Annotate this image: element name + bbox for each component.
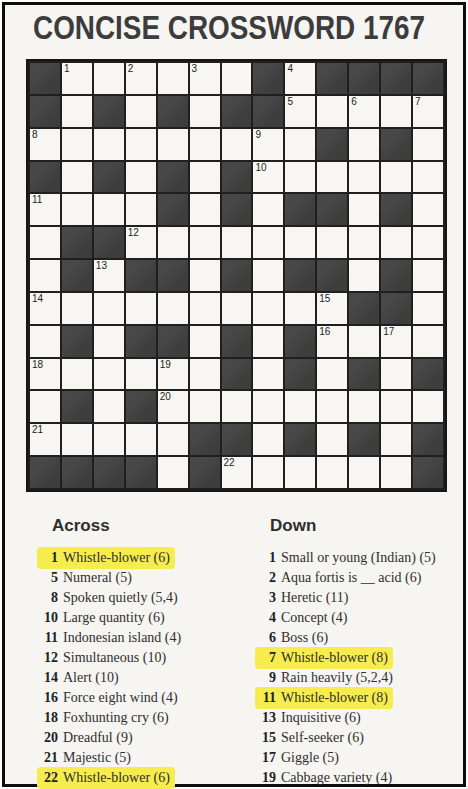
down-clue-13: 13Inquisitive (6) bbox=[256, 708, 446, 728]
clue-text: Foxhunting cry (6) bbox=[63, 710, 169, 725]
grid-cell-r3c8[interactable]: 9 bbox=[253, 129, 283, 160]
down-clue-17: 17Giggle (5) bbox=[256, 748, 446, 768]
grid-cell-r8c6[interactable] bbox=[190, 293, 220, 324]
grid-cell-r5c5-black bbox=[158, 194, 188, 225]
cell-number-22: 22 bbox=[224, 457, 235, 469]
grid-cell-r2c7-black bbox=[222, 96, 252, 127]
grid-cell-r1c9[interactable]: 4 bbox=[285, 63, 315, 94]
grid-cell-r13c7[interactable]: 22 bbox=[222, 457, 252, 488]
grid-cell-r9c1[interactable] bbox=[30, 326, 60, 357]
clue-text: Spoken quietly (5,4) bbox=[63, 590, 178, 605]
grid-cell-r11c1[interactable] bbox=[30, 391, 60, 422]
clue-line: 19Cabbage variety (4) bbox=[256, 768, 396, 788]
grid-cell-r11c11[interactable] bbox=[349, 391, 379, 422]
clue-text: Whistle-blower (8) bbox=[281, 690, 388, 705]
clue-text: Giggle (5) bbox=[281, 750, 339, 765]
grid-cell-r8c11-black bbox=[349, 293, 379, 324]
clue-text: Whistle-blower (6) bbox=[63, 770, 170, 785]
grid-cell-r7c7-black bbox=[222, 260, 252, 291]
across-clue-20: 20Dreadful (9) bbox=[38, 728, 256, 748]
clue-text: Aqua fortis is __ acid (6) bbox=[281, 570, 421, 585]
cell-number-19: 19 bbox=[160, 359, 171, 371]
clue-text: Concept (4) bbox=[281, 610, 347, 625]
across-clue-14: 14Alert (10) bbox=[38, 668, 256, 688]
down-header: Down bbox=[270, 516, 446, 536]
clue-line: 20Dreadful (9) bbox=[38, 728, 137, 748]
clue-line: 17Giggle (5) bbox=[256, 748, 343, 768]
grid-cell-r8c2[interactable] bbox=[62, 293, 92, 324]
grid-cell-r3c7[interactable] bbox=[222, 129, 252, 160]
grid-cell-r7c4-black bbox=[126, 260, 156, 291]
clue-text: Force eight wind (4) bbox=[63, 690, 178, 705]
clue-text: Rain heavily (5,2,4) bbox=[281, 670, 393, 685]
grid-cell-r1c8-black bbox=[253, 63, 283, 94]
down-clue-19: 19Cabbage variety (4) bbox=[256, 768, 446, 788]
highlighted-clue: 7Whistle-blower (8) bbox=[256, 648, 392, 668]
grid-cell-r4c4[interactable] bbox=[126, 162, 156, 193]
grid-cell-r9c5-black bbox=[158, 326, 188, 357]
across-clue-12: 12Simultaneous (10) bbox=[38, 648, 256, 668]
clue-line: 21Majestic (5) bbox=[38, 748, 135, 768]
grid-cell-r6c7[interactable] bbox=[222, 227, 252, 258]
highlighted-clue: 22Whistle-blower (6) bbox=[38, 768, 174, 788]
across-clue-22: 22Whistle-blower (6) bbox=[38, 768, 256, 788]
grid-cell-r7c12-black bbox=[381, 260, 411, 291]
grid-cell-r13c11[interactable] bbox=[349, 457, 379, 488]
grid-cell-r9c2-black bbox=[62, 326, 92, 357]
grid-cell-r12c13-black bbox=[413, 424, 443, 455]
cell-number-21: 21 bbox=[32, 424, 43, 436]
grid-cell-r7c1[interactable] bbox=[30, 260, 60, 291]
clue-number-label: 2 bbox=[256, 568, 276, 587]
cell-number-10: 10 bbox=[255, 162, 266, 174]
clue-text: Whistle-blower (6) bbox=[63, 550, 170, 565]
grid-cell-r13c2-black bbox=[62, 457, 92, 488]
grid-cell-r3c1[interactable]: 8 bbox=[30, 129, 60, 160]
grid-cell-r3c11[interactable] bbox=[349, 129, 379, 160]
cell-number-18: 18 bbox=[32, 359, 43, 371]
grid-cell-r10c2[interactable] bbox=[62, 359, 92, 390]
across-header: Across bbox=[52, 516, 256, 536]
grid-cell-r3c6[interactable] bbox=[190, 129, 220, 160]
grid-cell-r13c8[interactable] bbox=[253, 457, 283, 488]
grid-cell-r5c12-black bbox=[381, 194, 411, 225]
across-clue-16: 16Force eight wind (4) bbox=[38, 688, 256, 708]
grid-cell-r1c10-black bbox=[317, 63, 347, 94]
cell-number-1: 1 bbox=[64, 63, 70, 75]
cell-number-17: 17 bbox=[383, 326, 394, 338]
grid-cell-r12c12[interactable] bbox=[381, 424, 411, 455]
grid-cell-r4c9[interactable] bbox=[285, 162, 315, 193]
grid-cell-r11c7[interactable] bbox=[222, 391, 252, 422]
grid-cell-r10c4[interactable] bbox=[126, 359, 156, 390]
clue-number-label: 18 bbox=[38, 708, 58, 727]
grid-cell-r4c8[interactable]: 10 bbox=[253, 162, 283, 193]
grid-cell-r10c8[interactable] bbox=[253, 359, 283, 390]
clue-text: Whistle-blower (8) bbox=[281, 650, 388, 665]
clue-number-label: 9 bbox=[256, 668, 276, 687]
grid-cell-r4c12[interactable] bbox=[381, 162, 411, 193]
grid-cell-r2c2[interactable] bbox=[62, 96, 92, 127]
grid-cell-r9c9-black bbox=[285, 326, 315, 357]
grid-cell-r3c12-black bbox=[381, 129, 411, 160]
grid-cell-r3c5[interactable] bbox=[158, 129, 188, 160]
clue-number-label: 22 bbox=[38, 768, 58, 787]
grid-cell-r10c9-black bbox=[285, 359, 315, 390]
clue-line: 16Force eight wind (4) bbox=[38, 688, 182, 708]
grid-cell-r4c6[interactable] bbox=[190, 162, 220, 193]
cell-number-7: 7 bbox=[415, 96, 421, 108]
grid-cell-r7c8[interactable] bbox=[253, 260, 283, 291]
clue-line: 10Large quantity (6) bbox=[38, 608, 169, 628]
across-list: 1Whistle-blower (6)5Numeral (5)8Spoken q… bbox=[38, 548, 256, 788]
grid-cell-r12c5[interactable] bbox=[158, 424, 188, 455]
clue-number-label: 3 bbox=[256, 588, 276, 607]
grid-cell-r1c11-black bbox=[349, 63, 379, 94]
grid-cell-r12c10[interactable] bbox=[317, 424, 347, 455]
grid-cell-r8c3[interactable] bbox=[94, 293, 124, 324]
clue-text: Numeral (5) bbox=[63, 570, 132, 585]
clue-text: Boss (6) bbox=[281, 630, 328, 645]
clue-text: Indonesian island (4) bbox=[63, 630, 181, 645]
clue-line: 3Heretic (11) bbox=[256, 588, 353, 608]
puzzle-title: CONCISE CROSSWORD 1767 bbox=[33, 8, 425, 47]
grid-cell-r3c10-black bbox=[317, 129, 347, 160]
grid-cell-r7c10-black bbox=[317, 260, 347, 291]
grid-cell-r10c1[interactable]: 18 bbox=[30, 359, 60, 390]
cell-number-4: 4 bbox=[287, 63, 293, 75]
grid-cell-r6c5[interactable] bbox=[158, 227, 188, 258]
grid-cell-r13c6-black bbox=[190, 457, 220, 488]
clue-line: 8Spoken quietly (5,4) bbox=[38, 588, 182, 608]
clue-text: Self-seeker (6) bbox=[281, 730, 364, 745]
cell-number-11: 11 bbox=[32, 194, 42, 206]
clue-number-label: 15 bbox=[256, 728, 276, 747]
grid-cell-r12c7-black bbox=[222, 424, 252, 455]
clue-line: 14Alert (10) bbox=[38, 668, 123, 688]
grid-cell-r12c3[interactable] bbox=[94, 424, 124, 455]
grid-cell-r1c6[interactable]: 3 bbox=[190, 63, 220, 94]
clue-line: 4Concept (4) bbox=[256, 608, 351, 628]
grid-cell-r10c7-black bbox=[222, 359, 252, 390]
cell-number-2: 2 bbox=[128, 63, 134, 75]
grid-cell-r9c10[interactable]: 16 bbox=[317, 326, 347, 357]
grid-cell-r3c3[interactable] bbox=[94, 129, 124, 160]
grid-cell-r1c1-black bbox=[30, 63, 60, 94]
down-clue-1: 1Small or young (Indian) (5) bbox=[256, 548, 446, 568]
grid-cell-r11c6[interactable] bbox=[190, 391, 220, 422]
clue-number-label: 1 bbox=[256, 548, 276, 567]
cell-number-8: 8 bbox=[32, 129, 38, 141]
grid-cell-r8c5[interactable] bbox=[158, 293, 188, 324]
down-clue-2: 2Aqua fortis is __ acid (6) bbox=[256, 568, 446, 588]
cell-number-3: 3 bbox=[192, 63, 198, 75]
grid-cell-r3c13[interactable] bbox=[413, 129, 443, 160]
grid-cell-r4c11[interactable] bbox=[349, 162, 379, 193]
highlighted-clue: 11Whistle-blower (8) bbox=[256, 688, 392, 708]
across-clue-10: 10Large quantity (6) bbox=[38, 608, 256, 628]
clue-number-label: 16 bbox=[38, 688, 58, 707]
grid-cell-r9c11[interactable] bbox=[349, 326, 379, 357]
grid-cell-r7c11[interactable] bbox=[349, 260, 379, 291]
grid-cell-r5c9-black bbox=[285, 194, 315, 225]
grid-cell-r6c1[interactable] bbox=[30, 227, 60, 258]
grid-cell-r6c4[interactable]: 12 bbox=[126, 227, 156, 258]
grid-cell-r7c6[interactable] bbox=[190, 260, 220, 291]
grid-cell-r13c4-black bbox=[126, 457, 156, 488]
cell-number-14: 14 bbox=[32, 293, 43, 305]
grid-cell-r1c12-black bbox=[381, 63, 411, 94]
clue-number-label: 13 bbox=[256, 708, 276, 727]
grid-cell-r11c10[interactable] bbox=[317, 391, 347, 422]
grid-cell-r4c10[interactable] bbox=[317, 162, 347, 193]
grid-cell-r10c6[interactable] bbox=[190, 359, 220, 390]
cell-number-6: 6 bbox=[351, 96, 357, 108]
grid-cell-r9c8[interactable] bbox=[253, 326, 283, 357]
grid-cell-r6c10[interactable] bbox=[317, 227, 347, 258]
grid-cell-r5c11[interactable] bbox=[349, 194, 379, 225]
grid-cell-r13c3-black bbox=[94, 457, 124, 488]
grid-cell-r7c2-black bbox=[62, 260, 92, 291]
grid-cell-r2c13[interactable]: 7 bbox=[413, 96, 443, 127]
grid-cell-r5c8[interactable] bbox=[253, 194, 283, 225]
clue-text: Large quantity (6) bbox=[63, 610, 165, 625]
grid-cell-r6c13[interactable] bbox=[413, 227, 443, 258]
grid-cell-r3c4[interactable] bbox=[126, 129, 156, 160]
clue-number-label: 11 bbox=[256, 688, 276, 707]
grid-cell-r5c7-black bbox=[222, 194, 252, 225]
clue-line: 13Inquisitive (6) bbox=[256, 708, 365, 728]
grid-cell-r1c3[interactable] bbox=[94, 63, 124, 94]
grid-cell-r5c4[interactable] bbox=[126, 194, 156, 225]
grid-cell-r8c10[interactable]: 15 bbox=[317, 293, 347, 324]
grid-cell-r11c13[interactable] bbox=[413, 391, 443, 422]
down-clue-15: 15Self-seeker (6) bbox=[256, 728, 446, 748]
grid-cell-r5c6[interactable] bbox=[190, 194, 220, 225]
grid-cell-r10c5[interactable]: 19 bbox=[158, 359, 188, 390]
grid-cell-r9c7-black bbox=[222, 326, 252, 357]
across-clue-1: 1Whistle-blower (6) bbox=[38, 548, 256, 568]
across-clue-8: 8Spoken quietly (5,4) bbox=[38, 588, 256, 608]
grid-cell-r6c8[interactable] bbox=[253, 227, 283, 258]
grid-cell-r2c5-black bbox=[158, 96, 188, 127]
grid-cell-r11c2-black bbox=[62, 391, 92, 422]
clue-number-label: 4 bbox=[256, 608, 276, 627]
clue-line: 18Foxhunting cry (6) bbox=[38, 708, 173, 728]
grid-cell-r2c9[interactable]: 5 bbox=[285, 96, 315, 127]
grid-cell-r11c12[interactable] bbox=[381, 391, 411, 422]
grid-cell-r1c7[interactable] bbox=[222, 63, 252, 94]
grid-cell-r12c8[interactable] bbox=[253, 424, 283, 455]
clues-section: Across 1Whistle-blower (6)5Numeral (5)8S… bbox=[38, 516, 446, 788]
grid-cell-r13c5[interactable] bbox=[158, 457, 188, 488]
clue-line: 15Self-seeker (6) bbox=[256, 728, 368, 748]
grid-cell-r7c13[interactable] bbox=[413, 260, 443, 291]
grid-cell-r2c6[interactable] bbox=[190, 96, 220, 127]
across-clue-18: 18Foxhunting cry (6) bbox=[38, 708, 256, 728]
down-list: 1Small or young (Indian) (5)2Aqua fortis… bbox=[256, 548, 446, 788]
grid-cell-r8c1[interactable]: 14 bbox=[30, 293, 60, 324]
grid-cell-r13c10[interactable] bbox=[317, 457, 347, 488]
clue-number-label: 14 bbox=[38, 668, 58, 687]
cell-number-15: 15 bbox=[319, 293, 330, 305]
cell-number-16: 16 bbox=[319, 326, 330, 338]
grid-cell-r13c9[interactable] bbox=[285, 457, 315, 488]
down-clue-3: 3Heretic (11) bbox=[256, 588, 446, 608]
clue-text: Small or young (Indian) (5) bbox=[281, 550, 436, 565]
grid-cell-r2c12[interactable] bbox=[381, 96, 411, 127]
grid-cell-r5c3[interactable] bbox=[94, 194, 124, 225]
grid-cell-r2c8-black bbox=[253, 96, 283, 127]
grid-cell-r5c10-black bbox=[317, 194, 347, 225]
down-clue-4: 4Concept (4) bbox=[256, 608, 446, 628]
grid-cell-r6c12[interactable] bbox=[381, 227, 411, 258]
clue-text: Inquisitive (6) bbox=[281, 710, 361, 725]
grid-cell-r11c4-black bbox=[126, 391, 156, 422]
clue-line: 1Small or young (Indian) (5) bbox=[256, 548, 440, 568]
clue-line: 6Boss (6) bbox=[256, 628, 332, 648]
grid-cell-r7c9-black bbox=[285, 260, 315, 291]
clue-number-label: 1 bbox=[38, 548, 58, 567]
grid-cell-r4c1-black bbox=[30, 162, 60, 193]
grid-cell-r3c9[interactable] bbox=[285, 129, 315, 160]
grid-cell-r5c1[interactable]: 11 bbox=[30, 194, 60, 225]
clue-number-label: 20 bbox=[38, 728, 58, 747]
grid-cell-r12c1[interactable]: 21 bbox=[30, 424, 60, 455]
clue-line: 11Indonesian island (4) bbox=[38, 628, 185, 648]
grid-cell-r6c3-black bbox=[94, 227, 124, 258]
grid-cell-r10c3[interactable] bbox=[94, 359, 124, 390]
clue-text: Alert (10) bbox=[63, 670, 119, 685]
grid-cell-r4c2[interactable] bbox=[62, 162, 92, 193]
grid-cell-r7c3[interactable]: 13 bbox=[94, 260, 124, 291]
clue-text: Simultaneous (10) bbox=[63, 650, 166, 665]
across-clue-21: 21Majestic (5) bbox=[38, 748, 256, 768]
clue-number-label: 11 bbox=[38, 628, 58, 647]
grid-cell-r13c13-black bbox=[413, 457, 443, 488]
grid-cell-r1c4[interactable]: 2 bbox=[126, 63, 156, 94]
grid-cell-r4c5-black bbox=[158, 162, 188, 193]
grid-cell-r9c12[interactable]: 17 bbox=[381, 326, 411, 357]
down-clue-6: 6Boss (6) bbox=[256, 628, 446, 648]
grid-cell-r3c2[interactable] bbox=[62, 129, 92, 160]
grid-cell-r8c13[interactable] bbox=[413, 293, 443, 324]
clue-line: 12Simultaneous (10) bbox=[38, 648, 170, 668]
grid-cell-r11c9[interactable] bbox=[285, 391, 315, 422]
grid-cell-r4c13[interactable] bbox=[413, 162, 443, 193]
clue-number-label: 8 bbox=[38, 588, 58, 607]
grid-cell-r1c2[interactable]: 1 bbox=[62, 63, 92, 94]
grid-cell-r5c2[interactable] bbox=[62, 194, 92, 225]
clue-text: Dreadful (9) bbox=[63, 730, 133, 745]
clue-text: Majestic (5) bbox=[63, 750, 131, 765]
grid-cell-r10c12[interactable] bbox=[381, 359, 411, 390]
grid-cell-r9c6[interactable] bbox=[190, 326, 220, 357]
grid-cell-r13c1-black bbox=[30, 457, 60, 488]
cell-number-5: 5 bbox=[287, 96, 293, 108]
grid-cell-r2c11[interactable]: 6 bbox=[349, 96, 379, 127]
cell-number-12: 12 bbox=[128, 227, 139, 239]
clue-line: 9Rain heavily (5,2,4) bbox=[256, 668, 397, 688]
grid-cell-r8c8[interactable] bbox=[253, 293, 283, 324]
clue-number-label: 5 bbox=[38, 568, 58, 587]
clue-number-label: 19 bbox=[256, 768, 276, 787]
grid-cell-r8c9[interactable] bbox=[285, 293, 315, 324]
grid-cell-r7c5-black bbox=[158, 260, 188, 291]
grid-cell-r1c5[interactable] bbox=[158, 63, 188, 94]
grid-cell-r12c11-black bbox=[349, 424, 379, 455]
cell-number-13: 13 bbox=[96, 260, 107, 272]
grid-cell-r12c2[interactable] bbox=[62, 424, 92, 455]
grid-cell-r9c4-black bbox=[126, 326, 156, 357]
crossword-grid: 12345678910111213141516171819202122 bbox=[26, 59, 447, 492]
grid-cell-r4c3-black bbox=[94, 162, 124, 193]
clue-number-label: 7 bbox=[256, 648, 276, 667]
grid-cell-r6c11[interactable] bbox=[349, 227, 379, 258]
grid-cell-r6c6[interactable] bbox=[190, 227, 220, 258]
clue-number-label: 17 bbox=[256, 748, 276, 767]
clue-number-label: 6 bbox=[256, 628, 276, 647]
grid-cell-r2c3-black bbox=[94, 96, 124, 127]
clue-text: Heretic (11) bbox=[281, 590, 349, 605]
down-clue-9: 9Rain heavily (5,2,4) bbox=[256, 668, 446, 688]
grid-cell-r11c3[interactable] bbox=[94, 391, 124, 422]
across-clues: Across 1Whistle-blower (6)5Numeral (5)8S… bbox=[38, 516, 256, 788]
grid-cell-r11c5[interactable]: 20 bbox=[158, 391, 188, 422]
clue-number-label: 12 bbox=[38, 648, 58, 667]
grid-cell-r10c11-black bbox=[349, 359, 379, 390]
grid-cell-r10c13-black bbox=[413, 359, 443, 390]
across-clue-5: 5Numeral (5) bbox=[38, 568, 256, 588]
grid-cell-r4c7-black bbox=[222, 162, 252, 193]
grid-cell-r10c10[interactable] bbox=[317, 359, 347, 390]
grid-cell-r6c9[interactable] bbox=[285, 227, 315, 258]
down-clues: Down 1Small or young (Indian) (5)2Aqua f… bbox=[256, 516, 446, 788]
grid-cell-r11c8[interactable] bbox=[253, 391, 283, 422]
clue-number-label: 21 bbox=[38, 748, 58, 767]
grid-cell-r2c4[interactable] bbox=[126, 96, 156, 127]
clue-text: Cabbage variety (4) bbox=[281, 770, 392, 785]
grid-cell-r8c4[interactable] bbox=[126, 293, 156, 324]
clue-number-label: 10 bbox=[38, 608, 58, 627]
grid-cell-r2c10[interactable] bbox=[317, 96, 347, 127]
grid-cell-r13c12[interactable] bbox=[381, 457, 411, 488]
down-clue-7: 7Whistle-blower (8) bbox=[256, 648, 446, 668]
grid-cell-r6c2-black bbox=[62, 227, 92, 258]
cell-number-9: 9 bbox=[255, 129, 261, 141]
clue-line: 2Aqua fortis is __ acid (6) bbox=[256, 568, 425, 588]
grid-cell-r8c12-black bbox=[381, 293, 411, 324]
grid-cell-r5c13[interactable] bbox=[413, 194, 443, 225]
grid-cell-r1c13-black bbox=[413, 63, 443, 94]
grid-cell-r2c1-black bbox=[30, 96, 60, 127]
grid-cell-r12c9-black bbox=[285, 424, 315, 455]
grid-cell-r9c3[interactable] bbox=[94, 326, 124, 357]
grid-cell-r8c7[interactable] bbox=[222, 293, 252, 324]
grid-cell-r12c6-black bbox=[190, 424, 220, 455]
grid-cell-r12c4[interactable] bbox=[126, 424, 156, 455]
grid-cell-r9c13[interactable] bbox=[413, 326, 443, 357]
highlighted-clue: 1Whistle-blower (6) bbox=[38, 548, 174, 568]
down-clue-11: 11Whistle-blower (8) bbox=[256, 688, 446, 708]
cell-number-20: 20 bbox=[160, 391, 171, 403]
clue-line: 5Numeral (5) bbox=[38, 568, 136, 588]
across-clue-11: 11Indonesian island (4) bbox=[38, 628, 256, 648]
